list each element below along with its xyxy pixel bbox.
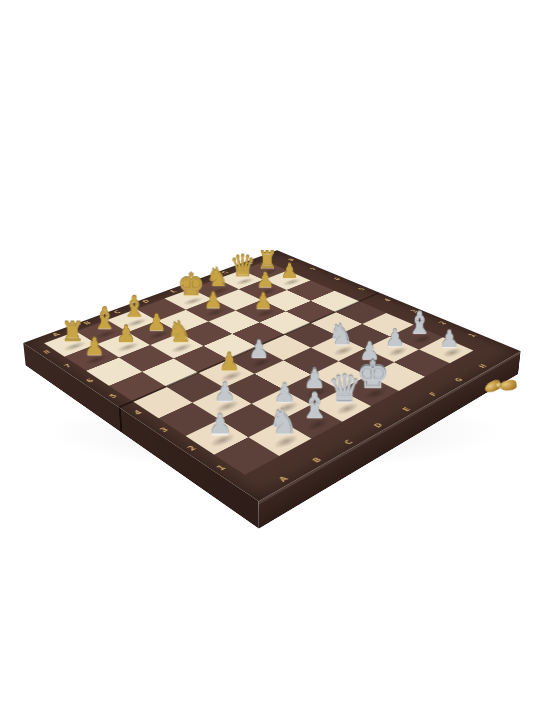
piece-gold-pawn-f6: ♟ [246, 269, 281, 312]
piece-gold-knight-c6: ♞ [160, 301, 198, 347]
product-photo: ♜♝♝♚♞♛♜♟♟♟♟♟♟♞♟♟♟♟♞♟♟♟♟♟♝♞♝♛♚♟ AABBCCDDE… [0, 0, 540, 720]
piece-silver-pawn-a2: ♟ [198, 384, 243, 438]
chess-board: ♜♝♝♚♞♛♜♟♟♟♟♟♟♞♟♟♟♟♞♟♟♟♟♟♝♞♝♛♚♟ AABBCCDDE… [23, 250, 521, 501]
squares-grid: ♜♝♝♚♞♛♜♟♟♟♟♟♟♞♟♟♟♟♞♟♟♟♟♟♝♞♝♛♚♟ [44, 261, 473, 475]
fold-seam-side [119, 407, 123, 433]
frame-label-rank-right-5: 5 [346, 282, 380, 296]
frame-label-rank-right-6: 6 [322, 272, 355, 286]
square-h1: ♟ [419, 337, 473, 363]
perspective-scene: ♜♝♝♚♞♛♜♟♟♟♟♟♟♞♟♟♟♟♞♟♟♟♟♟♝♞♝♛♚♟ AABBCCDDE… [0, 0, 540, 720]
piece-silver-pawn-h1: ♟ [430, 305, 468, 351]
piece-gold-pawn-a7: ♟ [75, 312, 114, 359]
piece-silver-knight-b1: ♞ [261, 386, 306, 440]
